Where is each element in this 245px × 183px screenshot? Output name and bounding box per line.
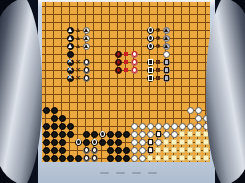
stone-b <box>123 131 130 138</box>
stone-w <box>131 155 138 162</box>
stone-w <box>163 131 170 138</box>
stone-b <box>123 147 130 154</box>
stone-w <box>155 139 162 146</box>
stone-b <box>115 139 122 146</box>
stone-w <box>195 107 202 114</box>
marker-6 <box>202 154 210 162</box>
stone-b <box>115 155 122 162</box>
stone-w <box>155 123 162 130</box>
stone-c <box>83 75 90 82</box>
stone-s <box>147 139 154 146</box>
stone-w <box>131 147 138 154</box>
stone-w <box>195 115 202 122</box>
stone-w <box>187 107 194 114</box>
stone-b <box>43 123 50 130</box>
phone-bezel-left <box>0 0 42 183</box>
stone-b <box>75 155 82 162</box>
stone-T <box>67 43 74 50</box>
stone-w <box>163 51 170 58</box>
stone-b <box>59 123 66 130</box>
marker-4 <box>154 74 162 82</box>
marker-1 <box>74 34 82 42</box>
stone-w <box>131 123 138 130</box>
stone-w <box>139 155 146 162</box>
marker-6 <box>186 146 194 154</box>
stone-b <box>67 155 74 162</box>
marker-2: × <box>74 58 82 66</box>
marker-5 <box>122 66 130 74</box>
stone-c <box>91 147 98 154</box>
marker-6 <box>202 146 210 154</box>
stone-b <box>107 139 114 146</box>
marker-6 <box>186 138 194 146</box>
marker-6 <box>170 146 178 154</box>
stone-b <box>123 155 130 162</box>
marker-1 <box>74 26 82 34</box>
marker-6 <box>178 146 186 154</box>
marker-6 <box>170 154 178 162</box>
stone-R <box>131 51 138 58</box>
marker-6 <box>178 138 186 146</box>
stone-b <box>51 155 58 162</box>
stone-b <box>43 155 50 162</box>
stone-w <box>147 131 154 138</box>
stone-b <box>83 139 90 146</box>
stone-G <box>163 43 170 50</box>
stone-G <box>163 35 170 42</box>
stone-B <box>147 27 154 34</box>
stone-b <box>107 147 114 154</box>
stone-b <box>83 131 90 138</box>
stone-S <box>147 67 154 74</box>
stone-w <box>171 131 178 138</box>
stone-T <box>67 35 74 42</box>
stone-b <box>51 123 58 130</box>
stone-b <box>51 147 58 154</box>
marker-6 <box>162 154 170 162</box>
marker-6 <box>154 146 162 154</box>
marker-3 <box>154 42 162 50</box>
stone-w <box>131 131 138 138</box>
stone-B <box>147 35 154 42</box>
marker-6 <box>178 154 186 162</box>
stone-b <box>43 131 50 138</box>
stone-b <box>59 147 66 154</box>
marker-5 <box>122 58 130 66</box>
stone-S <box>147 75 154 82</box>
marker-1 <box>74 42 82 50</box>
stone-H <box>163 75 170 82</box>
phone-screen: ×××××× <box>38 0 215 183</box>
stone-X: × <box>67 75 74 82</box>
stone-b <box>51 139 58 146</box>
stone-B <box>75 139 82 146</box>
marker-6 <box>154 154 162 162</box>
stone-b <box>51 115 58 122</box>
stone-T <box>67 27 74 34</box>
stone-r <box>115 51 122 58</box>
stone-w <box>139 123 146 130</box>
stone-b <box>91 131 98 138</box>
phone-bezel-right <box>206 0 245 183</box>
stone-b <box>59 139 66 146</box>
stone-w <box>163 123 170 130</box>
stone-B <box>91 139 98 146</box>
stone-R <box>131 67 138 74</box>
stone-b <box>115 131 122 138</box>
go-board[interactable]: ×××××× <box>42 2 210 162</box>
stone-B <box>147 43 154 50</box>
stone-b <box>107 131 114 138</box>
marker-6 <box>162 146 170 154</box>
marker-6 <box>194 138 202 146</box>
stone-b <box>107 155 114 162</box>
stone-w <box>147 123 154 130</box>
stone-H <box>163 59 170 66</box>
marker-2: × <box>74 66 82 74</box>
stone-w <box>187 123 194 130</box>
stone-s <box>155 131 162 138</box>
stone-b <box>99 139 106 146</box>
stone-s <box>147 147 154 154</box>
stone-G <box>163 27 170 34</box>
stone-r <box>115 59 122 66</box>
stone-c <box>91 155 98 162</box>
stone-w <box>131 139 138 146</box>
marker-3 <box>154 34 162 42</box>
marker-6 <box>146 154 154 162</box>
marker-6 <box>194 154 202 162</box>
marker-6 <box>194 146 202 154</box>
stone-b <box>51 131 58 138</box>
stone-b <box>59 115 66 122</box>
stone-b <box>43 139 50 146</box>
stone-w <box>139 131 146 138</box>
stone-b <box>51 107 58 114</box>
marker-6 <box>178 130 186 138</box>
marker-6 <box>186 130 194 138</box>
stone-w <box>171 123 178 130</box>
stone-r <box>115 67 122 74</box>
stone-B <box>99 131 106 138</box>
stone-b <box>59 131 66 138</box>
stone-w <box>179 123 186 130</box>
marker-6 <box>194 130 202 138</box>
stone-H <box>163 67 170 74</box>
screen-footer-indicator <box>100 172 157 174</box>
stone-c <box>83 67 90 74</box>
stone-c <box>83 59 90 66</box>
stone-t <box>83 43 90 50</box>
stone-w <box>195 123 202 130</box>
stone-b <box>115 147 122 154</box>
marker-6 <box>170 138 178 146</box>
stone-S <box>147 59 154 66</box>
phone-mockup: ×××××× <box>0 0 245 183</box>
marker-3 <box>154 26 162 34</box>
stone-w <box>139 139 146 146</box>
marker-6 <box>162 138 170 146</box>
marker-6 <box>186 154 194 162</box>
stone-t <box>83 27 90 34</box>
stone-b <box>67 131 74 138</box>
marker-2: × <box>74 74 82 82</box>
stone-b <box>43 107 50 114</box>
marker-4 <box>154 66 162 74</box>
stone-b <box>59 155 66 162</box>
stone-R <box>131 59 138 66</box>
stone-w <box>139 147 146 154</box>
stone-t <box>83 35 90 42</box>
stone-b <box>43 147 50 154</box>
stone-c <box>83 155 90 162</box>
marker-4 <box>154 58 162 66</box>
stone-c <box>83 147 90 154</box>
stone-b <box>67 123 74 130</box>
marker-5 <box>122 50 130 58</box>
